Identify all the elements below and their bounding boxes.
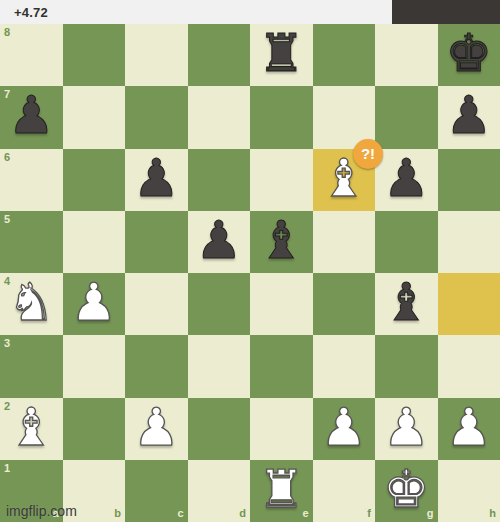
evaluation-bar-white-section: +4.72 <box>0 0 392 24</box>
black-pawn[interactable]: ♟ <box>188 209 251 271</box>
white-pawn[interactable]: ♟ <box>375 396 438 458</box>
square-g1[interactable]: g♚ <box>375 460 438 522</box>
square-c7[interactable] <box>125 86 188 148</box>
square-d6[interactable] <box>188 149 251 211</box>
square-e8[interactable]: ♜ <box>250 24 313 86</box>
square-f1[interactable]: f <box>313 460 376 522</box>
square-g7[interactable] <box>375 86 438 148</box>
square-e2[interactable] <box>250 398 313 460</box>
square-c2[interactable]: ♟ <box>125 398 188 460</box>
black-rook[interactable]: ♜ <box>250 22 313 84</box>
square-e7[interactable] <box>250 86 313 148</box>
square-g4[interactable]: ♝ <box>375 273 438 335</box>
square-a5[interactable]: 5 <box>0 211 63 273</box>
square-d8[interactable] <box>188 24 251 86</box>
black-king[interactable]: ♚ <box>438 22 500 84</box>
square-d7[interactable] <box>188 86 251 148</box>
square-h8[interactable]: ♚ <box>438 24 500 86</box>
square-c3[interactable] <box>125 335 188 397</box>
black-pawn[interactable]: ♟ <box>125 147 188 209</box>
rank-label-5: 5 <box>4 214 10 225</box>
square-e5[interactable]: ♝ <box>250 211 313 273</box>
square-a3[interactable]: 3 <box>0 335 63 397</box>
inaccuracy-badge-label: ?! <box>361 146 375 161</box>
file-label-f: f <box>367 508 371 519</box>
square-c6[interactable]: ♟ <box>125 149 188 211</box>
square-g3[interactable] <box>375 335 438 397</box>
square-a4[interactable]: 4♞ <box>0 273 63 335</box>
square-b7[interactable] <box>63 86 126 148</box>
square-e4[interactable] <box>250 273 313 335</box>
square-f8[interactable] <box>313 24 376 86</box>
square-g6[interactable]: ♟ <box>375 149 438 211</box>
black-pawn[interactable]: ♟ <box>375 147 438 209</box>
square-e1[interactable]: e♜ <box>250 460 313 522</box>
square-h6[interactable] <box>438 149 500 211</box>
chess-analysis-screenshot: +4.72 8♜♚7♟♟6♟♝♟5♟♝4♞♟♝32♝♟♟♟♟1abcde♜fg♚… <box>0 0 500 522</box>
white-pawn[interactable]: ♟ <box>438 396 500 458</box>
square-f3[interactable] <box>313 335 376 397</box>
white-knight[interactable]: ♞ <box>0 271 63 333</box>
file-label-c: c <box>177 508 183 519</box>
white-pawn[interactable]: ♟ <box>63 271 126 333</box>
square-c8[interactable] <box>125 24 188 86</box>
square-h2[interactable]: ♟ <box>438 398 500 460</box>
chess-board: 8♜♚7♟♟6♟♝♟5♟♝4♞♟♝32♝♟♟♟♟1abcde♜fg♚h <box>0 24 500 522</box>
square-d1[interactable]: d <box>188 460 251 522</box>
square-f4[interactable] <box>313 273 376 335</box>
rank-label-8: 8 <box>4 27 10 38</box>
square-a6[interactable]: 6 <box>0 149 63 211</box>
square-c1[interactable]: c <box>125 460 188 522</box>
square-h3[interactable] <box>438 335 500 397</box>
rank-label-1: 1 <box>4 463 10 474</box>
square-b8[interactable] <box>63 24 126 86</box>
square-b3[interactable] <box>63 335 126 397</box>
white-pawn[interactable]: ♟ <box>313 396 376 458</box>
square-h1[interactable]: h <box>438 460 500 522</box>
square-b4[interactable]: ♟ <box>63 273 126 335</box>
square-c5[interactable] <box>125 211 188 273</box>
file-label-h: h <box>489 508 496 519</box>
black-bishop[interactable]: ♝ <box>375 271 438 333</box>
square-a8[interactable]: 8 <box>0 24 63 86</box>
black-pawn[interactable]: ♟ <box>438 84 500 146</box>
square-b6[interactable] <box>63 149 126 211</box>
square-g5[interactable] <box>375 211 438 273</box>
black-bishop[interactable]: ♝ <box>250 209 313 271</box>
square-b2[interactable] <box>63 398 126 460</box>
square-e6[interactable] <box>250 149 313 211</box>
watermark: imgflip.com <box>6 503 77 519</box>
inaccuracy-badge: ?! <box>353 139 383 169</box>
evaluation-bar: +4.72 <box>0 0 500 24</box>
rank-label-3: 3 <box>4 338 10 349</box>
square-b5[interactable] <box>63 211 126 273</box>
square-h4[interactable] <box>438 273 500 335</box>
square-d5[interactable]: ♟ <box>188 211 251 273</box>
square-g8[interactable] <box>375 24 438 86</box>
square-f2[interactable]: ♟ <box>313 398 376 460</box>
evaluation-score: +4.72 <box>14 5 48 20</box>
square-e3[interactable] <box>250 335 313 397</box>
square-d3[interactable] <box>188 335 251 397</box>
evaluation-bar-black-section <box>392 0 500 24</box>
square-f5[interactable] <box>313 211 376 273</box>
file-label-b: b <box>114 508 121 519</box>
square-h7[interactable]: ♟ <box>438 86 500 148</box>
white-rook[interactable]: ♜ <box>250 458 313 520</box>
rank-label-6: 6 <box>4 152 10 163</box>
square-h5[interactable] <box>438 211 500 273</box>
square-g2[interactable]: ♟ <box>375 398 438 460</box>
white-pawn[interactable]: ♟ <box>125 396 188 458</box>
square-c4[interactable] <box>125 273 188 335</box>
square-d2[interactable] <box>188 398 251 460</box>
file-label-d: d <box>239 508 246 519</box>
square-a7[interactable]: 7♟ <box>0 86 63 148</box>
black-pawn[interactable]: ♟ <box>0 84 63 146</box>
square-a2[interactable]: 2♝ <box>0 398 63 460</box>
square-d4[interactable] <box>188 273 251 335</box>
white-king[interactable]: ♚ <box>375 458 438 520</box>
white-bishop[interactable]: ♝ <box>0 396 63 458</box>
